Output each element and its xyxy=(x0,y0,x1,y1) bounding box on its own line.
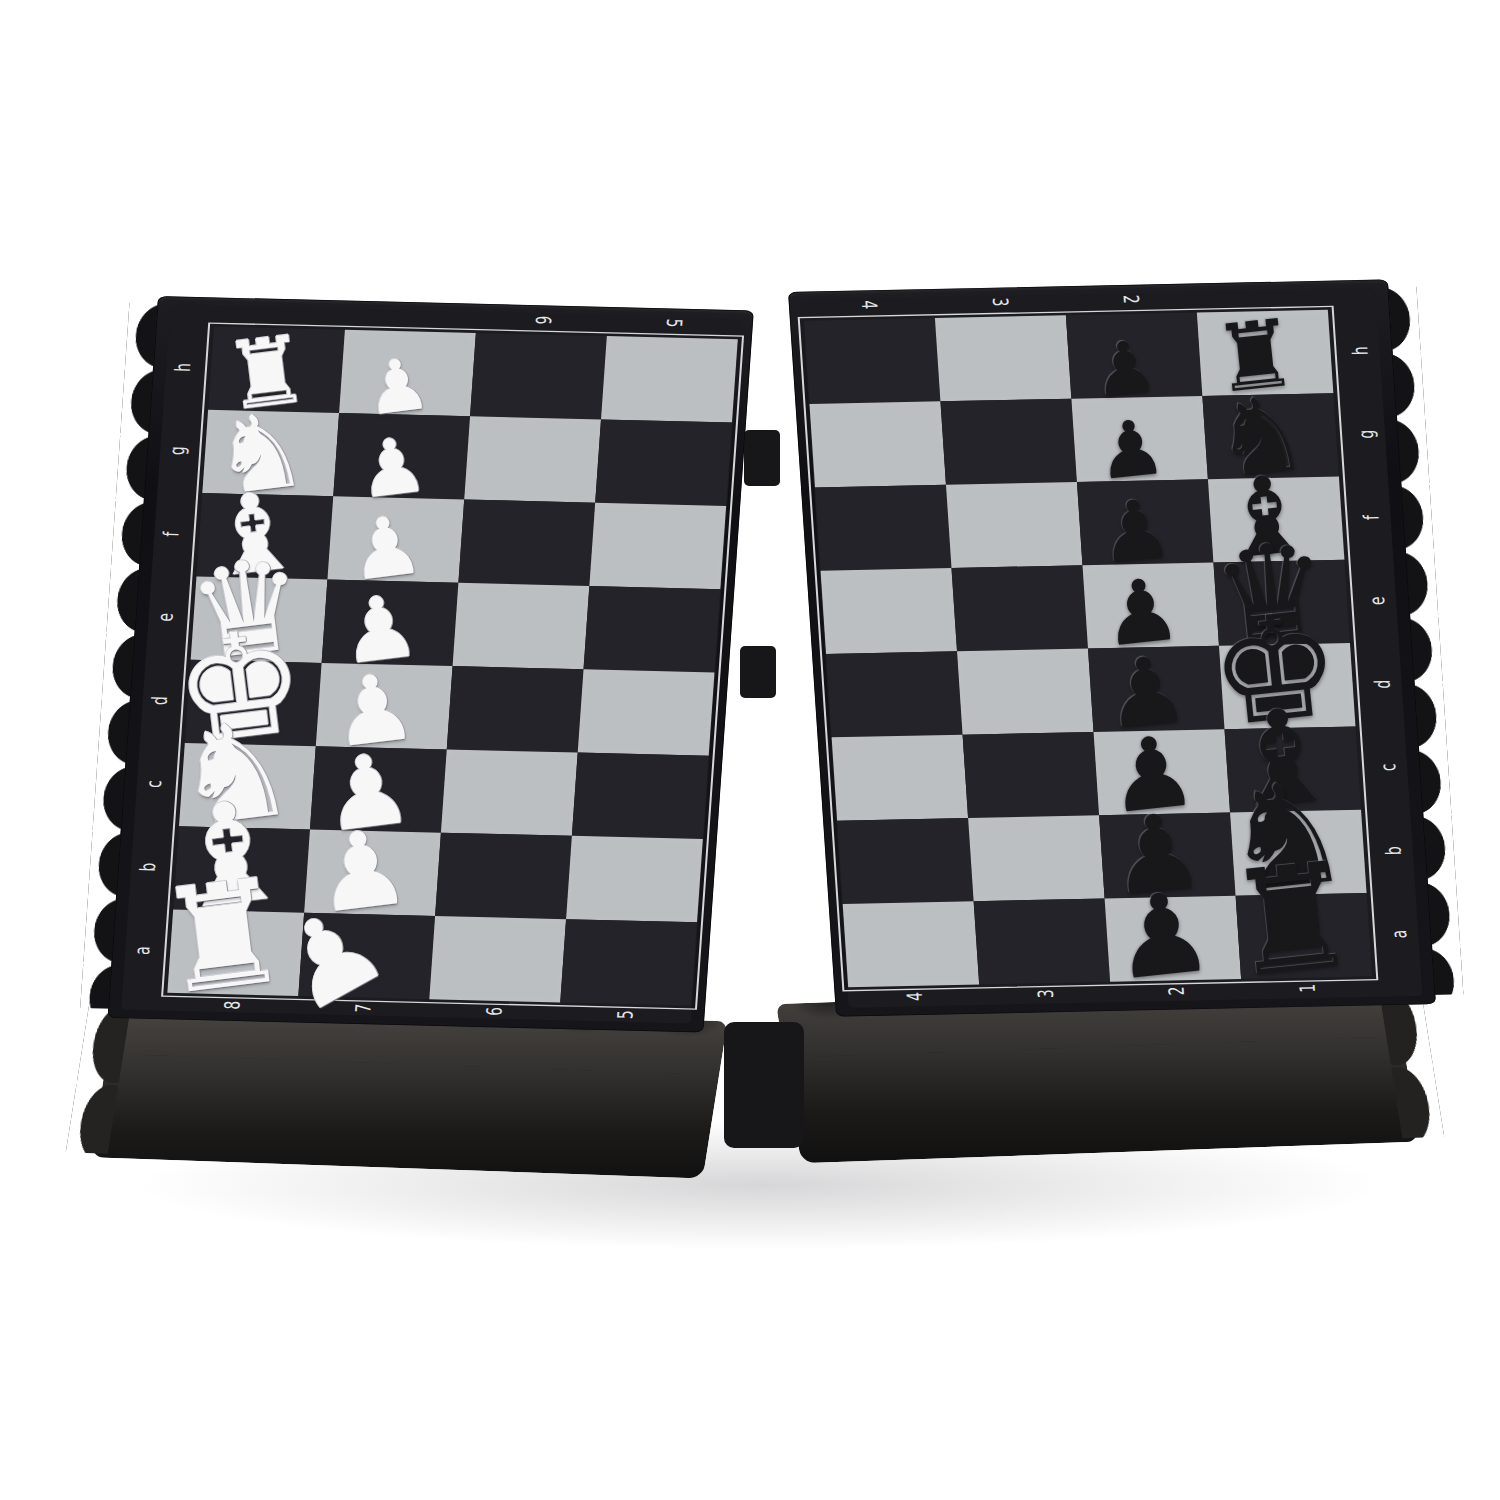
square-d2 xyxy=(1088,646,1225,732)
file-label-a: a xyxy=(1384,924,1415,944)
file-label-h: h xyxy=(1345,341,1376,361)
square-b8 xyxy=(173,826,310,912)
square-g3 xyxy=(940,399,1077,485)
square-b1 xyxy=(1230,810,1367,896)
rank-label-top-5: 5 xyxy=(658,313,689,334)
square-h8 xyxy=(208,327,345,413)
square-a6 xyxy=(429,916,566,1002)
file-label-e: e xyxy=(150,607,181,628)
file-label-h: h xyxy=(167,357,198,378)
square-a1 xyxy=(1236,893,1373,979)
square-f3 xyxy=(946,482,1083,568)
rank-label-1: 1 xyxy=(1292,978,1323,998)
square-h2 xyxy=(1066,313,1203,399)
rank-label-6: 6 xyxy=(478,1001,509,1022)
file-label-d: d xyxy=(1367,674,1398,694)
file-label-b: b xyxy=(1378,841,1409,861)
hinge xyxy=(744,430,780,486)
board-grid-right xyxy=(804,310,1372,987)
file-label-c: c xyxy=(138,774,169,795)
file-label-c: c xyxy=(1373,757,1404,777)
square-a5 xyxy=(560,919,697,1005)
square-c4 xyxy=(832,735,969,821)
rank-label-4: 4 xyxy=(899,986,930,1006)
square-g1 xyxy=(1202,393,1339,479)
square-f4 xyxy=(815,485,952,571)
file-label-a: a xyxy=(127,940,158,961)
square-d3 xyxy=(957,649,1094,735)
rank-label-top-3: 3 xyxy=(984,292,1015,312)
square-h3 xyxy=(935,315,1072,401)
square-b4 xyxy=(837,818,974,904)
file-label-e: e xyxy=(1362,591,1393,611)
square-g7 xyxy=(333,413,470,499)
square-c7 xyxy=(310,746,447,832)
square-c6 xyxy=(441,749,578,835)
file-label-d: d xyxy=(144,690,175,711)
hinge xyxy=(740,646,776,698)
square-h6 xyxy=(470,333,607,419)
hinge xyxy=(724,1022,804,1148)
square-e6 xyxy=(453,583,590,669)
square-g6 xyxy=(464,416,601,502)
rank-label-8: 8 xyxy=(216,995,247,1016)
file-label-f: f xyxy=(156,524,187,545)
board-half-right: hgfedcba4321432 xyxy=(788,279,1436,1016)
square-d7 xyxy=(316,663,453,749)
square-f8 xyxy=(196,493,333,579)
square-g4 xyxy=(809,401,946,487)
scalloped-edge xyxy=(66,1003,132,1154)
square-g2 xyxy=(1071,396,1208,482)
square-e8 xyxy=(191,576,328,662)
file-label-g: g xyxy=(1350,424,1381,444)
square-b6 xyxy=(435,833,572,919)
square-h4 xyxy=(804,318,941,404)
square-c2 xyxy=(1094,729,1231,815)
square-h1 xyxy=(1197,310,1334,396)
rank-label-top-4: 4 xyxy=(853,295,884,315)
square-b5 xyxy=(566,836,703,922)
square-e2 xyxy=(1082,563,1219,649)
square-f2 xyxy=(1077,479,1214,565)
square-c3 xyxy=(963,732,1100,818)
square-f1 xyxy=(1208,476,1345,562)
scalloped-edge xyxy=(1378,986,1444,1139)
square-b7 xyxy=(304,829,441,915)
square-c5 xyxy=(572,753,709,839)
square-e7 xyxy=(322,580,459,666)
square-b3 xyxy=(968,815,1105,901)
square-a7 xyxy=(298,913,435,999)
square-f7 xyxy=(327,496,464,582)
square-d6 xyxy=(447,666,584,752)
rank-label-7: 7 xyxy=(347,998,378,1019)
square-h5 xyxy=(601,336,738,422)
square-a8 xyxy=(167,910,304,996)
square-e5 xyxy=(584,586,721,672)
square-f6 xyxy=(458,499,595,585)
square-d8 xyxy=(185,660,322,746)
file-label-g: g xyxy=(162,440,193,461)
square-e1 xyxy=(1213,560,1350,646)
square-d5 xyxy=(578,669,715,755)
rank-label-top-2: 2 xyxy=(1115,289,1146,309)
square-d4 xyxy=(826,651,963,737)
file-label-f: f xyxy=(1356,507,1387,527)
square-f5 xyxy=(589,503,726,589)
square-c1 xyxy=(1225,726,1362,812)
square-e3 xyxy=(952,565,1089,651)
rank-label-top-6: 6 xyxy=(527,310,558,331)
square-g5 xyxy=(595,419,732,505)
board-grid-left xyxy=(167,327,737,1006)
square-b2 xyxy=(1099,812,1236,898)
file-label-b: b xyxy=(132,857,163,878)
square-a3 xyxy=(974,899,1111,985)
square-a2 xyxy=(1105,896,1242,982)
square-e4 xyxy=(821,568,958,654)
board-half-left: hgfedcba876565 xyxy=(108,296,754,1032)
rank-label-3: 3 xyxy=(1030,984,1061,1004)
chess-set-product-photo: hgfedcba876565 hgfedcba4321432 ♜♞♝♛♚♞♝♜♟… xyxy=(0,0,1500,1500)
square-h7 xyxy=(339,330,476,416)
square-d1 xyxy=(1219,643,1356,729)
rank-label-2: 2 xyxy=(1161,981,1192,1001)
square-c8 xyxy=(179,743,316,829)
square-a4 xyxy=(843,901,980,987)
rank-label-5: 5 xyxy=(609,1004,640,1025)
square-g8 xyxy=(202,410,339,496)
